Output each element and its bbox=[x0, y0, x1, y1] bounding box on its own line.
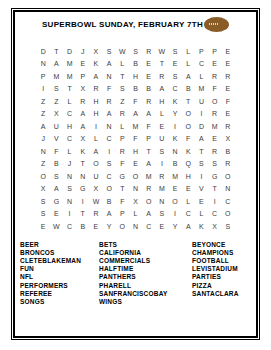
grid-cell[interactable]: M bbox=[129, 120, 142, 133]
grid-cell[interactable]: F bbox=[221, 95, 234, 108]
grid-cell[interactable]: A bbox=[103, 58, 116, 71]
grid-cell[interactable]: K bbox=[89, 58, 102, 71]
grid-cell[interactable]: D bbox=[195, 120, 208, 133]
grid-cell[interactable]: R bbox=[103, 95, 116, 108]
grid-cell[interactable]: T bbox=[208, 183, 221, 196]
grid-cell[interactable]: R bbox=[208, 108, 221, 121]
grid-cell[interactable]: A bbox=[182, 70, 195, 83]
grid-cell[interactable]: E bbox=[142, 70, 155, 83]
grid-cell[interactable]: Y bbox=[168, 220, 181, 233]
grid-cell[interactable]: A bbox=[182, 220, 195, 233]
grid-cell[interactable]: I bbox=[155, 158, 168, 171]
word-list-item: SANFRANCISCOBAY bbox=[99, 290, 192, 298]
grid-cell[interactable]: X bbox=[89, 183, 102, 196]
grid-cell[interactable]: L bbox=[116, 120, 129, 133]
grid-cell[interactable]: C bbox=[103, 170, 116, 183]
grid-cell[interactable]: F bbox=[50, 145, 63, 158]
word-list-item: NFL bbox=[20, 273, 99, 281]
grid-cell[interactable]: R bbox=[221, 158, 234, 171]
grid-cell[interactable]: E bbox=[182, 183, 195, 196]
grid-cell[interactable]: W bbox=[155, 45, 168, 58]
grid-cell[interactable]: O bbox=[37, 170, 50, 183]
grid-cell[interactable]: G bbox=[76, 183, 89, 196]
grid-cell[interactable]: N bbox=[63, 170, 76, 183]
grid-cell[interactable]: E bbox=[155, 220, 168, 233]
word-list-item: LEVISTADIUM bbox=[192, 265, 256, 273]
word-list: BEERBRONCOSCLETEBLAKEMANFUNNFLPERFORMERS… bbox=[15, 241, 256, 307]
grid-cell[interactable]: X bbox=[76, 133, 89, 146]
grid-cell[interactable]: Z bbox=[37, 95, 50, 108]
grid-cell[interactable]: I bbox=[103, 145, 116, 158]
grid-cell[interactable]: P bbox=[195, 45, 208, 58]
grid-cell[interactable]: A bbox=[89, 70, 102, 83]
grid-cell[interactable]: N bbox=[155, 195, 168, 208]
grid-cell[interactable]: D bbox=[63, 45, 76, 58]
grid-cell[interactable]: F bbox=[116, 195, 129, 208]
grid-cell[interactable]: A bbox=[129, 108, 142, 121]
word-list-item: REFEREE bbox=[20, 290, 99, 298]
grid-cell[interactable]: S bbox=[129, 45, 142, 58]
grid-cell[interactable]: M bbox=[168, 170, 181, 183]
grid-cell[interactable]: O bbox=[221, 170, 234, 183]
grid-cell[interactable]: E bbox=[208, 133, 221, 146]
grid-cell[interactable]: C bbox=[63, 133, 76, 146]
grid-cell[interactable]: R bbox=[142, 183, 155, 196]
word-list-item: CLETEBLAKEMAN bbox=[20, 257, 99, 265]
word-list-item: HALFTIME bbox=[99, 265, 192, 273]
grid-cell[interactable]: N bbox=[129, 183, 142, 196]
grid-cell[interactable]: L bbox=[89, 133, 102, 146]
grid-cell[interactable]: M bbox=[195, 83, 208, 96]
grid-cell[interactable]: A bbox=[76, 120, 89, 133]
grid-cell[interactable]: S bbox=[37, 208, 50, 221]
grid-cell[interactable]: B bbox=[129, 83, 142, 96]
grid-cell[interactable]: J bbox=[63, 158, 76, 171]
grid-cell[interactable]: V bbox=[195, 183, 208, 196]
grid-cell[interactable]: R bbox=[76, 95, 89, 108]
grid-cell[interactable]: U bbox=[155, 133, 168, 146]
grid-cell[interactable]: L bbox=[63, 95, 76, 108]
grid-cell[interactable]: I bbox=[168, 120, 181, 133]
grid-cell[interactable]: I bbox=[37, 83, 50, 96]
grid-cell[interactable]: H bbox=[129, 70, 142, 83]
grid-cell[interactable]: Z bbox=[116, 95, 129, 108]
grid-cell[interactable]: H bbox=[155, 95, 168, 108]
header: SUPERBOWL SUNDAY, FEBRUARY 7TH bbox=[15, 16, 256, 32]
grid-cell[interactable]: X bbox=[89, 45, 102, 58]
grid-cell[interactable]: P bbox=[76, 70, 89, 83]
word-list-item: PERFORMERS bbox=[20, 282, 99, 290]
grid-cell[interactable]: T bbox=[182, 95, 195, 108]
grid-cell[interactable]: R bbox=[155, 170, 168, 183]
word-list-item: FUN bbox=[20, 265, 99, 273]
grid-cell[interactable]: A bbox=[50, 183, 63, 196]
puzzle-title: SUPERBOWL SUNDAY, FEBRUARY 7TH bbox=[42, 20, 203, 29]
grid-cell[interactable]: A bbox=[76, 108, 89, 121]
grid-cell[interactable]: E bbox=[155, 120, 168, 133]
grid-cell[interactable]: F bbox=[116, 158, 129, 171]
grid-cell[interactable]: E bbox=[50, 208, 63, 221]
word-list-item: SONGS bbox=[20, 298, 99, 306]
grid-cell[interactable]: I bbox=[89, 120, 102, 133]
grid-cell[interactable]: R bbox=[208, 70, 221, 83]
word-list-item: PHARELL bbox=[99, 282, 192, 290]
grid-cell[interactable]: E bbox=[221, 45, 234, 58]
grid-cell[interactable]: A bbox=[142, 108, 155, 121]
grid-cell[interactable]: B bbox=[221, 145, 234, 158]
grid-cell[interactable]: R bbox=[89, 208, 102, 221]
grid-cell[interactable]: N bbox=[129, 220, 142, 233]
grid-cell[interactable]: S bbox=[50, 170, 63, 183]
grid-cell[interactable]: F bbox=[142, 120, 155, 133]
grid-cell[interactable]: M bbox=[63, 70, 76, 83]
grid-cell[interactable]: B bbox=[50, 158, 63, 171]
grid-cell[interactable]: N bbox=[76, 170, 89, 183]
word-list-item: PIZZA bbox=[192, 282, 256, 290]
page-border-frame: SUPERBOWL SUNDAY, FEBRUARY 7TH DTDJXSWSR… bbox=[11, 8, 260, 340]
grid-cell[interactable]: B bbox=[142, 83, 155, 96]
grid-cell[interactable]: I bbox=[195, 108, 208, 121]
grid-cell[interactable]: V bbox=[50, 133, 63, 146]
grid-cell[interactable]: P bbox=[116, 133, 129, 146]
grid-cell[interactable]: F bbox=[208, 83, 221, 96]
word-list-item: CHAMPIONS bbox=[192, 249, 256, 257]
grid-cell[interactable]: B bbox=[168, 158, 181, 171]
grid-cell[interactable]: Z bbox=[50, 95, 63, 108]
word-list-item: PANTHERS bbox=[99, 273, 192, 281]
word-list-item: SANTACLARA bbox=[192, 290, 256, 298]
grid-cell[interactable]: K bbox=[195, 220, 208, 233]
grid-cell[interactable]: R bbox=[208, 145, 221, 158]
word-list-item: BRONCOS bbox=[20, 249, 99, 257]
grid-cell[interactable]: A bbox=[142, 208, 155, 221]
grid-cell[interactable]: U bbox=[50, 120, 63, 133]
grid-cell[interactable]: E bbox=[221, 58, 234, 71]
grid-cell[interactable]: T bbox=[116, 70, 129, 83]
grid-cell[interactable]: A bbox=[50, 58, 63, 71]
grid-cell[interactable]: L bbox=[182, 58, 195, 71]
grid-cell[interactable]: A bbox=[195, 133, 208, 146]
word-list-item: CALIFORNIA bbox=[99, 249, 192, 257]
grid-cell[interactable]: J bbox=[37, 133, 50, 146]
grid-cell[interactable]: P bbox=[116, 208, 129, 221]
grid-cell[interactable]: M bbox=[208, 120, 221, 133]
grid-cell[interactable]: I bbox=[208, 195, 221, 208]
grid-cell[interactable]: O bbox=[182, 120, 195, 133]
grid-cell[interactable]: W bbox=[116, 45, 129, 58]
word-list-item: BETS bbox=[99, 241, 192, 249]
grid-cell[interactable]: N bbox=[168, 145, 181, 158]
grid-cell[interactable]: N bbox=[63, 195, 76, 208]
grid-cell[interactable]: R bbox=[155, 70, 168, 83]
grid-cell[interactable]: E bbox=[208, 58, 221, 71]
grid-cell[interactable]: T bbox=[116, 183, 129, 196]
grid-cell[interactable]: G bbox=[208, 170, 221, 183]
grid-cell[interactable]: S bbox=[195, 158, 208, 171]
grid-cell[interactable]: C bbox=[63, 220, 76, 233]
grid-cell[interactable]: O bbox=[182, 108, 195, 121]
grid-cell[interactable]: I bbox=[63, 208, 76, 221]
grid-cell[interactable]: L bbox=[182, 45, 195, 58]
grid-cell[interactable]: N bbox=[37, 58, 50, 71]
grid-cell[interactable]: C bbox=[221, 195, 234, 208]
grid-cell[interactable]: B bbox=[182, 83, 195, 96]
grid-cell[interactable]: X bbox=[50, 108, 63, 121]
word-list-item: PARTIES bbox=[192, 273, 256, 281]
grid-cell[interactable]: S bbox=[155, 208, 168, 221]
grid-cell[interactable]: T bbox=[76, 158, 89, 171]
grid-cell[interactable]: H bbox=[129, 145, 142, 158]
grid-cell[interactable]: T bbox=[50, 45, 63, 58]
word-list-col-2: BETSCALIFORNIACOMMERCIALSHALFTIMEPANTHER… bbox=[99, 241, 192, 307]
grid-cell[interactable]: N bbox=[103, 120, 116, 133]
grid-cell[interactable]: L bbox=[182, 195, 195, 208]
grid-cell[interactable]: A bbox=[155, 83, 168, 96]
grid-cell[interactable]: M bbox=[155, 183, 168, 196]
grid-cell[interactable]: F bbox=[129, 133, 142, 146]
grid-cell[interactable]: B bbox=[103, 195, 116, 208]
grid-cell[interactable]: L bbox=[195, 208, 208, 221]
grid-cell[interactable]: E bbox=[221, 83, 234, 96]
grid-cell[interactable]: T bbox=[142, 145, 155, 158]
grid-cell[interactable]: S bbox=[208, 158, 221, 171]
grid-cell[interactable]: E bbox=[89, 220, 102, 233]
grid-cell[interactable]: L bbox=[155, 108, 168, 121]
grid-cell[interactable]: S bbox=[155, 145, 168, 158]
grid-cell[interactable]: S bbox=[221, 220, 234, 233]
grid-cell[interactable]: G bbox=[116, 170, 129, 183]
grid-cell[interactable]: F bbox=[129, 95, 142, 108]
grid-cell[interactable]: H bbox=[89, 108, 102, 121]
word-list-item: BEYONCE bbox=[192, 241, 256, 249]
grid-cell[interactable]: T bbox=[195, 145, 208, 158]
grid-cell[interactable]: O bbox=[208, 95, 221, 108]
grid-cell[interactable]: B bbox=[76, 220, 89, 233]
grid-cell[interactable]: M bbox=[50, 70, 63, 83]
word-list-item: FOOTBALL bbox=[192, 257, 256, 265]
grid-cell[interactable]: X bbox=[129, 195, 142, 208]
grid-cell[interactable]: S bbox=[103, 45, 116, 58]
grid-cell[interactable]: C bbox=[208, 208, 221, 221]
grid-cell[interactable]: L bbox=[63, 145, 76, 158]
grid-cell[interactable]: B bbox=[129, 58, 142, 71]
grid-cell[interactable]: T bbox=[155, 58, 168, 71]
grid-cell[interactable]: Y bbox=[103, 220, 116, 233]
grid-cell[interactable]: R bbox=[89, 83, 102, 96]
grid-cell[interactable]: X bbox=[37, 183, 50, 196]
grid-cell[interactable]: A bbox=[89, 145, 102, 158]
grid-cell[interactable]: O bbox=[168, 195, 181, 208]
grid-cell[interactable]: R bbox=[142, 95, 155, 108]
grid-cell[interactable]: L bbox=[116, 58, 129, 71]
grid-cell[interactable]: S bbox=[168, 70, 181, 83]
grid-cell[interactable]: Y bbox=[168, 108, 181, 121]
football-icon bbox=[204, 17, 229, 32]
grid-cell[interactable]: H bbox=[63, 120, 76, 133]
grid-cell[interactable]: A bbox=[37, 120, 50, 133]
grid-cell[interactable]: X bbox=[76, 83, 89, 96]
grid-cell[interactable]: R bbox=[142, 45, 155, 58]
grid-cell[interactable]: W bbox=[89, 195, 102, 208]
word-list-item: BEER bbox=[20, 241, 99, 249]
grid-cell[interactable]: N bbox=[103, 70, 116, 83]
grid-cell[interactable]: J bbox=[76, 45, 89, 58]
grid-cell[interactable]: H bbox=[182, 170, 195, 183]
grid-cell[interactable]: A bbox=[103, 108, 116, 121]
grid-cell[interactable]: L bbox=[129, 208, 142, 221]
grid-cell[interactable]: F bbox=[182, 133, 195, 146]
grid-cell[interactable]: X bbox=[221, 133, 234, 146]
grid-cell[interactable]: S bbox=[116, 83, 129, 96]
grid-cell[interactable]: E bbox=[168, 58, 181, 71]
grid-cell[interactable]: O bbox=[116, 220, 129, 233]
grid-cell[interactable]: E bbox=[195, 195, 208, 208]
grid-cell[interactable]: F bbox=[103, 83, 116, 96]
grid-cell[interactable]: P bbox=[142, 133, 155, 146]
grid-cell[interactable]: N bbox=[37, 145, 50, 158]
word-grid: DTDJXSWSRWSLPPENAMEKALBETELCEEPMMPANTHER… bbox=[15, 45, 256, 233]
grid-cell[interactable]: O bbox=[221, 208, 234, 221]
grid-cell[interactable]: R bbox=[116, 145, 129, 158]
grid-cell[interactable]: E bbox=[221, 108, 234, 121]
grid-cell[interactable]: S bbox=[168, 45, 181, 58]
grid-cell[interactable]: W bbox=[50, 220, 63, 233]
grid-cell[interactable]: E bbox=[37, 220, 50, 233]
word-list-col-1: BEERBRONCOSCLETEBLAKEMANFUNNFLPERFORMERS… bbox=[20, 241, 99, 307]
grid-cell[interactable]: A bbox=[103, 208, 116, 221]
grid-cell[interactable]: Z bbox=[37, 108, 50, 121]
grid-cell[interactable]: A bbox=[142, 158, 155, 171]
grid-cell[interactable]: K bbox=[76, 145, 89, 158]
grid-cell[interactable]: M bbox=[142, 170, 155, 183]
grid-cell[interactable]: R bbox=[221, 120, 234, 133]
grid-cell[interactable]: E bbox=[168, 183, 181, 196]
grid-cell[interactable]: U bbox=[89, 170, 102, 183]
grid-cell[interactable]: S bbox=[37, 195, 50, 208]
football-laces bbox=[209, 23, 218, 25]
grid-cell[interactable]: G bbox=[50, 195, 63, 208]
grid-cell[interactable]: C bbox=[63, 108, 76, 121]
grid-cell[interactable]: C bbox=[168, 83, 181, 96]
grid-cell[interactable]: M bbox=[63, 58, 76, 71]
grid-cell[interactable]: R bbox=[221, 70, 234, 83]
word-list-item: COMMERCIALS bbox=[99, 257, 192, 265]
grid-cell[interactable]: O bbox=[103, 183, 116, 196]
grid-cell[interactable]: I bbox=[168, 208, 181, 221]
grid-cell[interactable]: K bbox=[168, 95, 181, 108]
grid-cell[interactable]: P bbox=[37, 70, 50, 83]
grid-cell[interactable]: S bbox=[50, 83, 63, 96]
word-list-col-3: BEYONCECHAMPIONSFOOTBALLLEVISTADIUMPARTI… bbox=[192, 241, 256, 307]
grid-cell[interactable]: Z bbox=[37, 158, 50, 171]
word-list-item: WINGS bbox=[99, 298, 192, 306]
grid-cell[interactable]: C bbox=[103, 133, 116, 146]
grid-cell[interactable]: O bbox=[89, 158, 102, 171]
grid-cell[interactable]: I bbox=[195, 170, 208, 183]
grid-cell[interactable]: O bbox=[142, 195, 155, 208]
grid-cell[interactable]: O bbox=[129, 170, 142, 183]
grid-cell[interactable]: T bbox=[63, 83, 76, 96]
grid-cell[interactable]: D bbox=[37, 45, 50, 58]
grid-cell[interactable]: N bbox=[221, 183, 234, 196]
grid-cell[interactable]: I bbox=[76, 195, 89, 208]
grid-cell[interactable]: S bbox=[63, 183, 76, 196]
grid-cell[interactable]: U bbox=[195, 95, 208, 108]
grid-cell[interactable]: K bbox=[182, 145, 195, 158]
grid-cell[interactable]: E bbox=[142, 58, 155, 71]
grid-cell[interactable]: C bbox=[182, 208, 195, 221]
grid-cell[interactable]: K bbox=[168, 133, 181, 146]
grid-cell[interactable]: S bbox=[103, 158, 116, 171]
grid-cell[interactable]: X bbox=[208, 220, 221, 233]
page: SUPERBOWL SUNDAY, FEBRUARY 7TH DTDJXSWSR… bbox=[13, 10, 258, 338]
grid-cell[interactable]: C bbox=[142, 220, 155, 233]
grid-cell[interactable]: E bbox=[129, 158, 142, 171]
grid-cell[interactable]: P bbox=[208, 45, 221, 58]
grid-cell[interactable]: L bbox=[195, 70, 208, 83]
grid-cell[interactable]: T bbox=[76, 208, 89, 221]
grid-cell[interactable]: R bbox=[116, 108, 129, 121]
grid-cell[interactable]: H bbox=[89, 95, 102, 108]
grid-cell[interactable]: Q bbox=[182, 158, 195, 171]
grid-cell[interactable]: C bbox=[195, 58, 208, 71]
grid-cell[interactable]: E bbox=[76, 58, 89, 71]
